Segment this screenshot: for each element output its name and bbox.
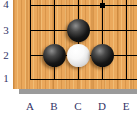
grid-line-vertical-A [30, 0, 31, 80]
grid-line-vertical-D [102, 0, 103, 80]
col-label-E: E [118, 100, 134, 112]
grid-line-horizontal-4 [30, 5, 137, 6]
col-label-A: A [22, 100, 38, 112]
row-label-2: 2 [0, 49, 12, 62]
col-label-B: B [46, 100, 62, 112]
col-label-C: C [70, 100, 86, 112]
grid-line-vertical-B [54, 0, 55, 80]
col-label-D: D [94, 100, 110, 112]
stone-black-D2[interactable] [91, 44, 114, 67]
go-board-screenshot: 4321ABCDE [0, 0, 137, 116]
stone-black-C3[interactable] [67, 19, 90, 42]
grid-line-horizontal-1 [30, 79, 137, 80]
row-label-3: 3 [0, 24, 12, 37]
grid-line-vertical-E [126, 0, 127, 80]
row-label-1: 1 [0, 72, 12, 85]
board-shadow [19, 89, 137, 94]
row-label-4: 4 [0, 0, 12, 11]
star-point-D4 [100, 3, 105, 8]
stone-white-C2[interactable] [67, 44, 90, 67]
stone-black-B2[interactable] [43, 44, 66, 67]
